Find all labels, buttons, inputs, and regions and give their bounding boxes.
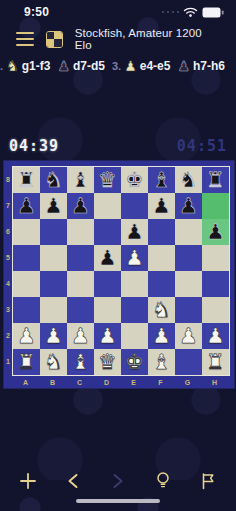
square-c7[interactable]: ♟ <box>67 193 94 219</box>
move-item[interactable]: 3.♟e4-e5 <box>112 59 170 73</box>
white-knight[interactable]: ♞ <box>44 349 63 375</box>
rank-label-5: 5 <box>4 254 12 261</box>
square-b6[interactable] <box>40 219 67 245</box>
square-c2[interactable]: ♟ <box>67 323 94 349</box>
resign-flag-button[interactable] <box>196 469 220 493</box>
move-number: 2. <box>0 60 3 72</box>
white-rook[interactable]: ♜ <box>206 349 225 375</box>
white-pawn-icon: ♟ <box>124 59 137 73</box>
square-a1[interactable]: ♜ <box>13 349 40 375</box>
square-f6[interactable] <box>148 219 175 245</box>
square-h2[interactable]: ♟ <box>202 323 229 349</box>
square-b4[interactable] <box>40 271 67 297</box>
file-label-c: C <box>66 379 93 386</box>
square-f4[interactable] <box>148 271 175 297</box>
square-h6[interactable]: ♟ <box>202 219 229 245</box>
player-clock-white: 04:39 <box>9 137 59 155</box>
move-text: h7-h6 <box>193 59 225 73</box>
chevron-left-icon <box>65 472 81 490</box>
move-item[interactable]: ♟d7-d5 <box>57 59 105 73</box>
rank-label-8: 8 <box>4 176 12 183</box>
square-e4[interactable] <box>121 271 148 297</box>
square-d4[interactable] <box>94 271 121 297</box>
file-label-a: A <box>12 379 39 386</box>
white-pawn[interactable]: ♟ <box>98 323 117 349</box>
plus-icon <box>19 472 37 490</box>
lightbulb-icon <box>155 471 171 491</box>
black-pawn[interactable]: ♟ <box>71 193 90 219</box>
square-d8[interactable]: ♛ <box>94 167 121 193</box>
move-text: g1-f3 <box>22 59 51 73</box>
square-b2[interactable]: ♟ <box>40 323 67 349</box>
square-a6[interactable] <box>13 219 40 245</box>
square-e7[interactable] <box>121 193 148 219</box>
rank-label-7: 7 <box>4 202 12 209</box>
square-h7[interactable] <box>202 193 229 219</box>
square-b3[interactable] <box>40 297 67 323</box>
square-b7[interactable]: ♟ <box>40 193 67 219</box>
white-pawn[interactable]: ♟ <box>17 323 36 349</box>
move-text: e4-e5 <box>140 59 171 73</box>
file-label-d: D <box>93 379 120 386</box>
square-e6[interactable]: ♟ <box>121 219 148 245</box>
chess-board: ♜♞♝♛♚♝♞♜♟♟♟♟♟♟♟♟♟♞♟♟♟♟♟♟♟♜♞♝♛♚♝♜ <box>12 166 230 376</box>
black-pawn[interactable]: ♟ <box>98 245 117 271</box>
square-g7[interactable]: ♟ <box>175 193 202 219</box>
square-e2[interactable] <box>121 323 148 349</box>
white-pawn[interactable]: ♟ <box>71 323 90 349</box>
square-d3[interactable] <box>94 297 121 323</box>
square-h3[interactable] <box>202 297 229 323</box>
black-bishop[interactable]: ♝ <box>152 167 171 193</box>
square-g1[interactable] <box>175 349 202 375</box>
square-e1[interactable]: ♚ <box>121 349 148 375</box>
black-rook[interactable]: ♜ <box>206 167 225 193</box>
square-f3[interactable]: ♞ <box>148 297 175 323</box>
square-c5[interactable] <box>67 245 94 271</box>
move-list: 2.♞g1-f3♟d7-d53.♟e4-e5♟h7-h6 <box>0 57 236 75</box>
move-forward-button[interactable] <box>106 469 130 493</box>
black-queen[interactable]: ♛ <box>98 167 117 193</box>
home-indicator[interactable] <box>76 499 160 503</box>
black-pawn[interactable]: ♟ <box>206 219 225 245</box>
square-h8[interactable]: ♜ <box>202 167 229 193</box>
square-g3[interactable] <box>175 297 202 323</box>
square-e3[interactable] <box>121 297 148 323</box>
square-d7[interactable] <box>94 193 121 219</box>
black-king[interactable]: ♚ <box>125 167 144 193</box>
black-rook[interactable]: ♜ <box>17 167 36 193</box>
chevron-right-icon <box>110 472 126 490</box>
black-knight[interactable]: ♞ <box>179 167 198 193</box>
square-g4[interactable] <box>175 271 202 297</box>
square-d2[interactable]: ♟ <box>94 323 121 349</box>
clock-row: 04:39 04:51 <box>0 136 236 156</box>
square-b8[interactable]: ♞ <box>40 167 67 193</box>
white-queen[interactable]: ♛ <box>98 349 117 375</box>
square-g5[interactable] <box>175 245 202 271</box>
cellular-signal-icon <box>162 11 180 14</box>
square-a2[interactable]: ♟ <box>13 323 40 349</box>
square-c3[interactable] <box>67 297 94 323</box>
opponent-title: Stockfish, Amateur 1200 Elo <box>75 27 220 51</box>
square-h5[interactable] <box>202 245 229 271</box>
move-item[interactable]: 2.♞g1-f3 <box>0 59 50 73</box>
white-pawn[interactable]: ♟ <box>179 323 198 349</box>
bottom-toolbar <box>0 465 236 497</box>
move-number: 3. <box>112 60 121 72</box>
app-screen: 9:50 Stockfish, Amateur 1200 Elo 2.♞g1-f… <box>0 0 236 511</box>
square-d1[interactable]: ♛ <box>94 349 121 375</box>
black-pawn[interactable]: ♟ <box>179 193 198 219</box>
file-label-e: E <box>120 379 147 386</box>
white-pawn[interactable]: ♟ <box>206 323 225 349</box>
black-pawn[interactable]: ♟ <box>152 193 171 219</box>
square-g6[interactable] <box>175 219 202 245</box>
square-g8[interactable]: ♞ <box>175 167 202 193</box>
square-c8[interactable]: ♝ <box>67 167 94 193</box>
battery-icon <box>202 7 224 18</box>
square-a5[interactable] <box>13 245 40 271</box>
black-pawn[interactable]: ♟ <box>17 193 36 219</box>
white-knight-icon: ♞ <box>6 59 19 73</box>
rank-label-6: 6 <box>4 228 12 235</box>
white-king[interactable]: ♚ <box>125 349 144 375</box>
move-text: d7-d5 <box>73 59 105 73</box>
square-b5[interactable] <box>40 245 67 271</box>
black-pawn-icon: ♟ <box>177 59 190 73</box>
square-c6[interactable] <box>67 219 94 245</box>
square-c4[interactable] <box>67 271 94 297</box>
rank-label-4: 4 <box>4 280 12 287</box>
chess-board-frame: ♜♞♝♛♚♝♞♜♟♟♟♟♟♟♟♟♟♞♟♟♟♟♟♟♟♜♞♝♛♚♝♜ ABCDEFG… <box>4 161 234 388</box>
square-a8[interactable]: ♜ <box>13 167 40 193</box>
flag-icon <box>200 472 216 490</box>
square-e5[interactable]: ♟ <box>121 245 148 271</box>
square-g2[interactable]: ♟ <box>175 323 202 349</box>
square-f5[interactable] <box>148 245 175 271</box>
square-a4[interactable] <box>13 271 40 297</box>
wifi-icon <box>183 6 198 18</box>
file-label-g: G <box>174 379 201 386</box>
square-d5[interactable]: ♟ <box>94 245 121 271</box>
square-h4[interactable] <box>202 271 229 297</box>
header-bar: Stockfish, Amateur 1200 Elo <box>0 27 236 51</box>
rank-label-1: 1 <box>4 358 12 365</box>
move-item[interactable]: ♟h7-h6 <box>177 59 225 73</box>
black-bishop[interactable]: ♝ <box>71 167 90 193</box>
file-label-b: B <box>39 379 66 386</box>
black-pawn[interactable]: ♟ <box>44 193 63 219</box>
square-c1[interactable]: ♝ <box>67 349 94 375</box>
hint-button[interactable] <box>151 469 175 493</box>
square-d6[interactable] <box>94 219 121 245</box>
white-pawn[interactable]: ♟ <box>152 323 171 349</box>
file-label-f: F <box>147 379 174 386</box>
rank-label-2: 2 <box>4 332 12 339</box>
file-label-h: H <box>201 379 228 386</box>
square-f1[interactable]: ♝ <box>148 349 175 375</box>
player-clock-black: 04:51 <box>177 137 227 155</box>
white-pawn[interactable]: ♟ <box>44 323 63 349</box>
rank-label-3: 3 <box>4 306 12 313</box>
square-a7[interactable]: ♟ <box>13 193 40 219</box>
square-a3[interactable] <box>13 297 40 323</box>
square-b1[interactable]: ♞ <box>40 349 67 375</box>
status-time: 9:50 <box>24 5 49 19</box>
square-f2[interactable]: ♟ <box>148 323 175 349</box>
square-f7[interactable]: ♟ <box>148 193 175 219</box>
white-bishop[interactable]: ♝ <box>71 349 90 375</box>
white-rook[interactable]: ♜ <box>17 349 36 375</box>
board-theme-icon[interactable] <box>46 31 63 48</box>
new-game-plus-button[interactable] <box>16 469 40 493</box>
white-knight[interactable]: ♞ <box>152 297 171 323</box>
black-pawn-icon: ♟ <box>57 59 70 73</box>
square-f8[interactable]: ♝ <box>148 167 175 193</box>
square-e8[interactable]: ♚ <box>121 167 148 193</box>
black-knight[interactable]: ♞ <box>44 167 63 193</box>
white-bishop[interactable]: ♝ <box>152 349 171 375</box>
black-pawn[interactable]: ♟ <box>125 219 144 245</box>
square-h1[interactable]: ♜ <box>202 349 229 375</box>
white-pawn[interactable]: ♟ <box>125 245 144 271</box>
file-labels: ABCDEFGH <box>12 376 230 388</box>
menu-hamburger-icon[interactable] <box>16 32 34 46</box>
move-back-button[interactable] <box>61 469 85 493</box>
status-bar: 9:50 <box>0 0 236 24</box>
